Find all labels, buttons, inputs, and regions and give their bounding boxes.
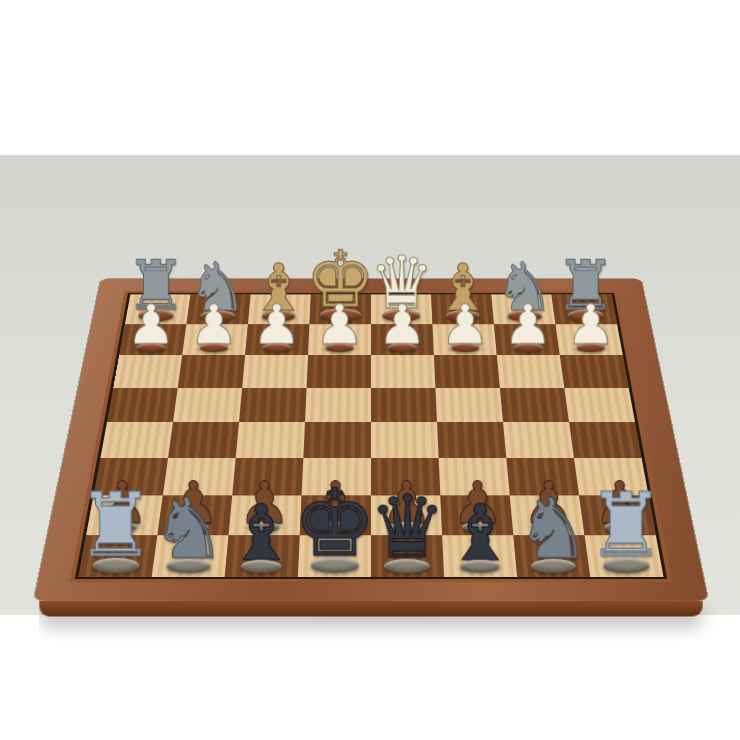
white-pawn[interactable]: ♟ <box>378 300 427 353</box>
square-d2[interactable]: ♟ <box>371 324 434 355</box>
white-pawn[interactable]: ♟ <box>252 300 301 353</box>
square-b5[interactable] <box>503 422 574 458</box>
square-c8[interactable]: ♝ <box>442 535 517 577</box>
board-field: ♜♞♝♚♛♝♞♜♟♟♟♟♟♟♟♟♟♟♟♟♟♟♟♟♜♞♝♚♛♝♞♜ <box>75 293 667 579</box>
square-e2[interactable]: ♟ <box>308 324 371 355</box>
black-rook[interactable]: ♜ <box>76 485 155 573</box>
white-pawn[interactable]: ♟ <box>503 300 552 353</box>
white-pawn[interactable]: ♟ <box>440 300 489 353</box>
black-rook[interactable]: ♜ <box>587 485 666 573</box>
square-h3[interactable] <box>113 355 182 388</box>
piece-glyph: ♞ <box>516 490 591 567</box>
square-c4[interactable] <box>435 388 503 422</box>
black-bishop[interactable]: ♝ <box>446 498 515 574</box>
square-c3[interactable] <box>434 355 500 388</box>
square-h2[interactable]: ♟ <box>119 324 186 355</box>
square-a3[interactable] <box>560 355 629 388</box>
scene: ♜♞♝♚♛♝♞♜♟♟♟♟♟♟♟♟♟♟♟♟♟♟♟♟♜♞♝♚♛♝♞♜ <box>0 0 740 740</box>
square-e4[interactable] <box>305 388 371 422</box>
square-d4[interactable] <box>371 388 437 422</box>
piece-glyph: ♝ <box>227 498 296 569</box>
square-e3[interactable] <box>307 355 371 388</box>
square-c5[interactable] <box>437 422 506 458</box>
black-queen[interactable]: ♛ <box>369 488 446 573</box>
black-bishop[interactable]: ♝ <box>227 498 296 574</box>
square-a5[interactable] <box>569 422 642 458</box>
square-e8[interactable]: ♚ <box>298 535 371 577</box>
square-d3[interactable] <box>371 355 435 388</box>
white-pawn[interactable]: ♟ <box>315 300 364 353</box>
piece-base <box>167 559 211 573</box>
square-g4[interactable] <box>173 388 242 422</box>
piece-glyph: ♚ <box>293 481 376 566</box>
black-knight[interactable]: ♞ <box>151 490 226 573</box>
square-h5[interactable] <box>100 422 173 458</box>
white-pawn[interactable]: ♟ <box>566 300 615 353</box>
piece-glyph: ♛ <box>369 488 446 567</box>
square-b4[interactable] <box>500 388 569 422</box>
piece-glyph: ♜ <box>76 485 155 566</box>
square-a4[interactable] <box>564 388 635 422</box>
square-e5[interactable] <box>303 422 371 458</box>
product-photo: ♜♞♝♚♛♝♞♜♟♟♟♟♟♟♟♟♟♟♟♟♟♟♟♟♜♞♝♚♛♝♞♜ <box>0 0 740 740</box>
square-a2[interactable]: ♟ <box>556 324 623 355</box>
square-f5[interactable] <box>236 422 305 458</box>
black-knight[interactable]: ♞ <box>516 490 591 573</box>
piece-base <box>531 559 575 573</box>
square-h4[interactable] <box>107 388 178 422</box>
black-king[interactable]: ♚ <box>293 481 376 573</box>
square-f4[interactable] <box>239 388 307 422</box>
piece-base <box>310 558 359 573</box>
square-a8[interactable]: ♜ <box>585 535 664 577</box>
square-h8[interactable]: ♜ <box>79 535 158 577</box>
square-b2[interactable]: ♟ <box>494 324 560 355</box>
piece-base <box>385 559 430 573</box>
square-c2[interactable]: ♟ <box>433 324 497 355</box>
white-pawn[interactable]: ♟ <box>189 300 238 353</box>
white-pawn[interactable]: ♟ <box>126 300 175 353</box>
chess-board: ♜♞♝♚♛♝♞♜♟♟♟♟♟♟♟♟♟♟♟♟♟♟♟♟♜♞♝♚♛♝♞♜ <box>34 279 709 601</box>
piece-glyph: ♝ <box>446 498 515 569</box>
square-g5[interactable] <box>168 422 239 458</box>
square-d8[interactable]: ♛ <box>371 535 444 577</box>
piece-base <box>603 558 649 573</box>
piece-glyph: ♞ <box>151 490 226 567</box>
square-g3[interactable] <box>178 355 245 388</box>
square-f2[interactable]: ♟ <box>245 324 309 355</box>
square-b8[interactable]: ♞ <box>513 535 590 577</box>
square-f3[interactable] <box>242 355 308 388</box>
square-b3[interactable] <box>497 355 564 388</box>
square-d5[interactable] <box>371 422 439 458</box>
piece-base <box>93 558 139 573</box>
square-g2[interactable]: ♟ <box>182 324 248 355</box>
square-f8[interactable]: ♝ <box>225 535 300 577</box>
square-g8[interactable]: ♞ <box>152 535 229 577</box>
piece-glyph: ♜ <box>587 485 666 566</box>
